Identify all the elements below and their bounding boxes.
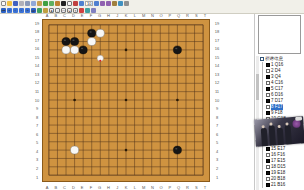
panel-divider	[254, 14, 255, 190]
row-label-right: 16	[213, 46, 221, 51]
row-label-right: 17	[213, 38, 221, 43]
row-label-left: 17	[33, 38, 41, 43]
board-panel: A AB BC CD DE EF FG GH HJ JK KL LM MN NO…	[33, 14, 252, 190]
white-stone-icon	[266, 177, 270, 181]
sidebar: 棋谱信息1 Q162 D43 Q44 C165 C176 D167 D178 F…	[256, 14, 304, 190]
col-label-top: D	[69, 13, 77, 18]
flip-board-icon[interactable]	[106, 1, 111, 6]
paste-icon[interactable]	[37, 1, 42, 6]
black-stone-icon	[266, 87, 270, 91]
settings-icon[interactable]	[124, 1, 129, 6]
row-label-right: 1	[213, 175, 221, 180]
col-label-bottom: C	[61, 185, 69, 190]
col-label-top: K	[122, 13, 130, 18]
col-label-bottom: E	[78, 185, 86, 190]
zoom-value-box[interactable]: 10	[85, 1, 93, 6]
score-icon[interactable]	[91, 8, 96, 13]
col-label-top: H	[104, 13, 112, 18]
video-overlay-photo	[254, 116, 304, 146]
back-icon[interactable]: ‹	[13, 8, 18, 13]
col-label-bottom: M	[140, 185, 148, 190]
black-stone-icon	[266, 159, 270, 163]
col-label-top: L	[131, 13, 139, 18]
black-stone-icon	[266, 171, 270, 175]
col-label-bottom: A	[43, 185, 51, 190]
save-icon[interactable]	[13, 1, 18, 6]
forward-icon[interactable]: ›	[19, 8, 24, 13]
stone-white-F17[interactable]	[88, 38, 96, 46]
black-stone-tool-icon[interactable]	[61, 1, 66, 6]
stone-black-Q4[interactable]	[173, 146, 181, 154]
stone-black-Q16[interactable]	[173, 46, 181, 54]
new-file-icon[interactable]	[1, 1, 6, 6]
white-stone-icon	[266, 165, 270, 169]
redo-icon[interactable]	[49, 1, 54, 6]
row-label-right: 14	[213, 63, 221, 68]
col-label-bottom: T	[201, 185, 209, 190]
col-label-top: M	[140, 13, 148, 18]
mark-number-icon[interactable]: 1	[73, 8, 78, 13]
col-label-bottom: H	[104, 185, 112, 190]
white-stone-icon	[266, 153, 270, 157]
white-stone-icon	[266, 93, 270, 97]
row-label-right: 15	[213, 55, 221, 60]
row-label-right: 3	[213, 157, 221, 162]
stone-black-C17[interactable]	[62, 38, 70, 46]
row-label-right: 11	[213, 89, 221, 94]
row-label-right: 6	[213, 132, 221, 137]
row-label-left: 5	[33, 140, 41, 145]
white-stone-icon	[266, 69, 270, 73]
col-label-bottom: Q	[175, 185, 183, 190]
stone-white-D16[interactable]	[70, 46, 78, 54]
row-label-right: 2	[213, 166, 221, 171]
last-move-icon[interactable]: ⏭	[31, 8, 36, 13]
row-label-left: 19	[33, 21, 41, 26]
toolbar-row-1: 10	[1, 0, 129, 7]
stone-white-D4[interactable]	[70, 146, 78, 154]
variation-icon[interactable]	[85, 8, 90, 13]
row-label-right: 12	[213, 80, 221, 85]
row-label-left: 10	[33, 98, 41, 103]
col-label-bottom: F	[87, 185, 95, 190]
grid-icon[interactable]	[112, 1, 117, 6]
back-10-icon[interactable]: «	[7, 8, 12, 13]
pause-icon[interactable]	[43, 8, 48, 13]
col-label-top: N	[148, 13, 156, 18]
row-label-right: 8	[213, 115, 221, 120]
photo-figure	[269, 125, 276, 145]
row-label-right: 5	[213, 140, 221, 145]
mark-triangle-icon[interactable]: △	[55, 8, 60, 13]
zoom-out-icon[interactable]	[94, 1, 99, 6]
black-stone-icon	[266, 147, 270, 151]
col-label-top: E	[78, 13, 86, 18]
col-label-bottom: R	[183, 185, 191, 190]
open-file-icon[interactable]	[7, 1, 12, 6]
row-label-left: 16	[33, 46, 41, 51]
toolbar-row-2: ⏮«‹›»⏭A△□✕1	[1, 7, 96, 14]
cut-icon[interactable]	[25, 1, 30, 6]
col-label-top: R	[183, 13, 191, 18]
col-label-top: T	[201, 13, 209, 18]
col-label-bottom: P	[166, 185, 174, 190]
row-label-right: 7	[213, 123, 221, 128]
col-label-bottom: O	[157, 185, 165, 190]
col-label-top: G	[96, 13, 104, 18]
col-label-top: F	[87, 13, 95, 18]
col-label-bottom: K	[122, 185, 130, 190]
tree-node-label: 21 B16	[271, 182, 285, 188]
row-label-left: 14	[33, 63, 41, 68]
row-label-left: 6	[33, 132, 41, 137]
forward-10-icon[interactable]: »	[25, 8, 30, 13]
delete-stone-icon[interactable]	[73, 1, 78, 6]
row-label-right: 9	[213, 106, 221, 111]
mark-letter-icon[interactable]: A	[49, 8, 54, 13]
col-label-top: J	[113, 13, 121, 18]
board-grid[interactable]	[47, 23, 205, 177]
row-label-right: 10	[213, 98, 221, 103]
col-label-top: B	[52, 13, 60, 18]
stone-white-C16[interactable]	[62, 46, 70, 54]
col-label-top: O	[157, 13, 165, 18]
photo-figure	[261, 128, 268, 146]
info-icon[interactable]	[118, 1, 123, 6]
comment-icon[interactable]	[79, 8, 84, 13]
col-label-top: P	[166, 13, 174, 18]
mark-square-icon[interactable]: □	[61, 8, 66, 13]
row-label-right: 18	[213, 29, 221, 34]
stone-white-G18[interactable]	[96, 29, 104, 37]
photo-figure	[285, 125, 292, 144]
stone-black-D17[interactable]	[70, 38, 78, 46]
row-label-left: 12	[33, 80, 41, 85]
go-editor-window: { "game": "go", "board": { "size": 19, "…	[0, 0, 304, 190]
row-label-right: 13	[213, 72, 221, 77]
white-stone-icon	[266, 105, 270, 109]
game-info-box	[258, 15, 301, 54]
row-label-right: 4	[213, 149, 221, 154]
mark-cross-icon[interactable]: ✕	[67, 8, 72, 13]
white-stone-icon	[266, 81, 270, 85]
print-icon[interactable]	[19, 1, 24, 6]
col-label-top: S	[192, 13, 200, 18]
row-label-left: 1	[33, 175, 41, 180]
row-label-left: 4	[33, 149, 41, 154]
first-move-icon[interactable]: ⏮	[1, 8, 6, 13]
play-icon[interactable]	[37, 8, 42, 13]
black-stone-icon	[266, 99, 270, 103]
col-label-bottom: B	[52, 185, 60, 190]
col-label-bottom: L	[131, 185, 139, 190]
col-label-bottom: G	[96, 185, 104, 190]
black-stone-icon	[266, 111, 270, 115]
game-record-icon	[260, 57, 264, 61]
board-setup-icon[interactable]	[55, 1, 60, 6]
col-label-top: A	[43, 13, 51, 18]
row-label-left: 8	[33, 115, 41, 120]
black-stone-icon	[266, 183, 270, 187]
row-label-left: 13	[33, 72, 41, 77]
toolbar: 10 ⏮«‹›»⏭A△□✕1	[0, 0, 304, 14]
row-label-left: 15	[33, 55, 41, 60]
row-label-left: 18	[33, 29, 41, 34]
photo-white-blob	[295, 116, 302, 120]
white-stone-tool-icon[interactable]	[67, 1, 72, 6]
tree-move-node[interactable]: 21 B16	[260, 182, 304, 188]
photo-purple-blob	[292, 120, 301, 129]
col-label-bottom: D	[69, 185, 77, 190]
col-label-top: C	[61, 13, 69, 18]
tree-scrollbar-thumb[interactable]	[256, 74, 259, 100]
row-label-left: 7	[33, 123, 41, 128]
photo-figure	[277, 128, 284, 145]
row-label-right: 19	[213, 21, 221, 26]
row-label-left: 9	[33, 106, 41, 111]
undo-icon[interactable]	[43, 1, 48, 6]
zoom-in-icon[interactable]	[79, 1, 84, 6]
copy-icon[interactable]	[31, 1, 36, 6]
col-label-bottom: N	[148, 185, 156, 190]
black-stone-icon	[266, 63, 270, 67]
rotate-board-icon[interactable]	[100, 1, 105, 6]
col-label-bottom: S	[192, 185, 200, 190]
row-label-left: 11	[33, 89, 41, 94]
row-label-left: 3	[33, 157, 41, 162]
stone-black-F18[interactable]	[88, 29, 96, 37]
col-label-top: Q	[175, 13, 183, 18]
black-stone-icon	[266, 75, 270, 79]
stone-black-E16[interactable]	[79, 46, 87, 54]
row-label-left: 2	[33, 166, 41, 171]
col-label-bottom: J	[113, 185, 121, 190]
